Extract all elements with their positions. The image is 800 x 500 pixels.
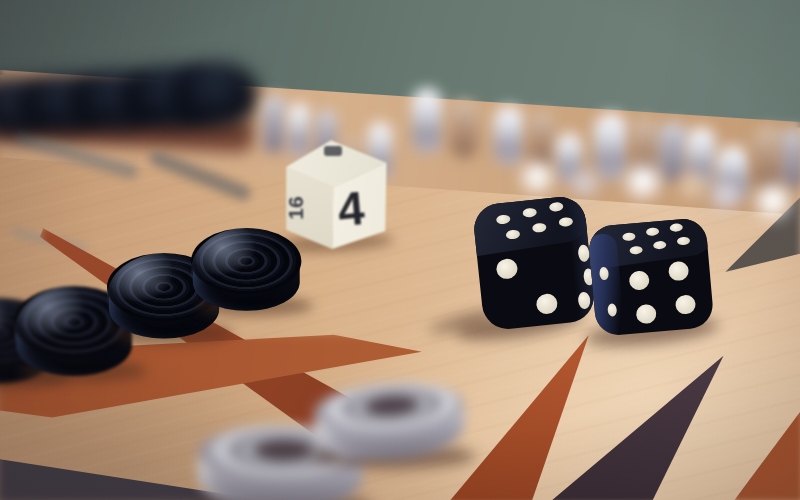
- die-left: [472, 194, 597, 331]
- metal-checker-stack: [494, 106, 524, 166]
- metal-checker-stack: [594, 113, 628, 181]
- die-pip: [628, 270, 650, 291]
- backgammon-photo-scene: 16 4: [0, 0, 800, 500]
- die-pip: [535, 293, 558, 315]
- die-pip: [495, 258, 518, 280]
- bokeh-highlight: [570, 168, 600, 198]
- black-checker-blurred: [172, 62, 258, 128]
- die-pip: [635, 303, 657, 324]
- die-pip: [668, 260, 690, 281]
- die-pip: [598, 266, 608, 280]
- metal-checker-stack: [450, 100, 478, 158]
- die-pip: [675, 294, 697, 315]
- die-right: [587, 217, 714, 337]
- die-pip: [607, 303, 617, 317]
- checker-gloss-highlight: [191, 228, 301, 314]
- bokeh-highlight: [624, 162, 662, 200]
- metal-checker: [312, 378, 467, 470]
- bokeh-highlight: [520, 160, 554, 194]
- metal-checker-stack: [782, 128, 800, 188]
- cube-top-partial-digit: [324, 146, 342, 156]
- cube-label-16: 16: [284, 186, 308, 230]
- cube-label-4: 4: [336, 180, 367, 237]
- black-checker: [191, 228, 301, 314]
- metal-checker-stack: [412, 88, 442, 154]
- bokeh-highlight: [708, 178, 742, 212]
- bokeh-highlight: [754, 182, 792, 220]
- bokeh-highlight: [676, 170, 708, 202]
